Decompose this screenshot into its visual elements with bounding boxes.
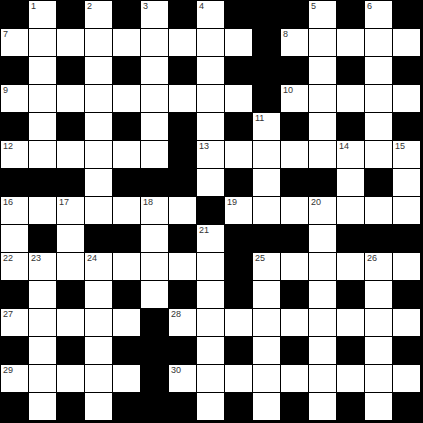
white-cell[interactable] (29, 29, 57, 57)
white-cell[interactable]: 12 (1, 141, 29, 169)
white-cell[interactable]: 4 (197, 1, 225, 29)
white-cell[interactable] (197, 281, 225, 309)
white-cell[interactable] (393, 85, 421, 113)
white-cell[interactable] (85, 365, 113, 393)
white-cell[interactable] (253, 365, 281, 393)
white-cell[interactable]: 19 (225, 197, 253, 225)
white-cell[interactable] (225, 29, 253, 57)
white-cell[interactable] (113, 253, 141, 281)
black-cell (393, 225, 421, 253)
white-cell[interactable] (281, 141, 309, 169)
white-cell[interactable] (141, 141, 169, 169)
clue-number-21: 21 (199, 225, 209, 236)
black-cell (57, 1, 85, 29)
black-cell (225, 281, 253, 309)
white-cell[interactable]: 3 (141, 1, 169, 29)
black-cell (113, 169, 141, 197)
black-cell (281, 57, 309, 85)
black-cell (1, 113, 29, 141)
white-cell[interactable] (29, 309, 57, 337)
white-cell[interactable] (29, 393, 57, 421)
white-cell[interactable] (253, 309, 281, 337)
white-cell[interactable]: 26 (365, 253, 393, 281)
white-cell[interactable] (253, 141, 281, 169)
white-cell[interactable] (253, 281, 281, 309)
black-cell (169, 393, 197, 421)
black-cell (253, 1, 281, 29)
white-cell[interactable] (85, 141, 113, 169)
clue-number-24: 24 (87, 253, 97, 264)
black-cell (1, 57, 29, 85)
black-cell (113, 57, 141, 85)
clue-number-23: 23 (31, 253, 41, 264)
white-cell[interactable]: 24 (85, 253, 113, 281)
white-cell[interactable] (57, 365, 85, 393)
black-cell (169, 1, 197, 29)
clue-number-27: 27 (3, 309, 13, 320)
black-cell (1, 393, 29, 421)
white-cell[interactable]: 1 (29, 1, 57, 29)
black-cell (281, 1, 309, 29)
black-cell (113, 393, 141, 421)
white-cell[interactable] (365, 365, 393, 393)
clue-number-7: 7 (3, 29, 8, 40)
clue-number-25: 25 (255, 253, 265, 264)
white-cell[interactable]: 22 (1, 253, 29, 281)
black-cell (253, 85, 281, 113)
black-cell (57, 113, 85, 141)
white-cell[interactable]: 14 (337, 141, 365, 169)
white-cell[interactable] (29, 365, 57, 393)
white-cell[interactable]: 9 (1, 85, 29, 113)
white-cell[interactable] (365, 85, 393, 113)
black-cell (113, 1, 141, 29)
clue-number-3: 3 (143, 1, 148, 12)
white-cell[interactable]: 15 (393, 141, 421, 169)
black-cell (281, 225, 309, 253)
black-cell (281, 113, 309, 141)
white-cell[interactable] (253, 169, 281, 197)
white-cell[interactable] (309, 393, 337, 421)
clue-number-15: 15 (395, 141, 405, 152)
black-cell (225, 225, 253, 253)
black-cell (169, 337, 197, 365)
white-cell[interactable] (57, 85, 85, 113)
clue-number-14: 14 (339, 141, 349, 152)
black-cell (169, 113, 197, 141)
white-cell[interactable]: 30 (169, 365, 197, 393)
white-cell[interactable] (365, 57, 393, 85)
clue-number-19: 19 (227, 197, 237, 208)
white-cell[interactable] (85, 113, 113, 141)
white-cell[interactable] (365, 141, 393, 169)
white-cell[interactable]: 5 (309, 1, 337, 29)
black-cell (393, 113, 421, 141)
black-cell (225, 57, 253, 85)
white-cell[interactable] (337, 253, 365, 281)
black-cell (281, 281, 309, 309)
white-cell[interactable] (337, 309, 365, 337)
black-cell (169, 141, 197, 169)
white-cell[interactable]: 6 (365, 1, 393, 29)
black-cell (309, 169, 337, 197)
black-cell (113, 113, 141, 141)
black-cell (141, 337, 169, 365)
clue-number-22: 22 (3, 253, 13, 264)
white-cell[interactable] (141, 57, 169, 85)
white-cell[interactable] (393, 365, 421, 393)
white-cell[interactable] (85, 169, 113, 197)
white-cell[interactable] (281, 253, 309, 281)
black-cell (141, 169, 169, 197)
white-cell[interactable] (29, 141, 57, 169)
clue-number-11: 11 (255, 113, 264, 124)
black-cell (169, 281, 197, 309)
clue-number-9: 9 (3, 85, 8, 96)
clue-number-5: 5 (311, 1, 316, 12)
white-cell[interactable] (29, 197, 57, 225)
white-cell[interactable] (29, 337, 57, 365)
black-cell (57, 169, 85, 197)
white-cell[interactable] (169, 29, 197, 57)
white-cell[interactable] (57, 141, 85, 169)
white-cell[interactable] (225, 365, 253, 393)
white-cell[interactable] (197, 309, 225, 337)
white-cell[interactable] (85, 197, 113, 225)
white-cell[interactable]: 11 (253, 113, 281, 141)
white-cell[interactable] (365, 393, 393, 421)
white-cell[interactable] (141, 85, 169, 113)
white-cell[interactable] (85, 393, 113, 421)
crossword-board: 1234567891011121314151617181920212223242… (0, 0, 423, 423)
white-cell[interactable] (309, 253, 337, 281)
clue-number-1: 1 (31, 1, 36, 12)
black-cell (113, 225, 141, 253)
white-cell[interactable] (309, 85, 337, 113)
white-cell[interactable] (197, 253, 225, 281)
black-cell (29, 169, 57, 197)
white-cell[interactable] (29, 57, 57, 85)
white-cell[interactable] (365, 309, 393, 337)
white-cell[interactable] (393, 169, 421, 197)
white-cell[interactable] (393, 253, 421, 281)
white-cell[interactable] (337, 365, 365, 393)
white-cell[interactable] (309, 57, 337, 85)
white-cell[interactable]: 20 (309, 197, 337, 225)
black-cell (225, 113, 253, 141)
clue-number-28: 28 (171, 309, 181, 320)
white-cell[interactable]: 8 (281, 29, 309, 57)
white-cell[interactable] (85, 85, 113, 113)
black-cell (113, 337, 141, 365)
black-cell (225, 169, 253, 197)
black-cell (225, 337, 253, 365)
white-cell[interactable] (113, 85, 141, 113)
white-cell[interactable] (113, 29, 141, 57)
white-cell[interactable] (337, 197, 365, 225)
white-cell[interactable] (141, 281, 169, 309)
black-cell (225, 1, 253, 29)
white-cell[interactable] (309, 141, 337, 169)
clue-number-26: 26 (367, 253, 377, 264)
white-cell[interactable] (365, 197, 393, 225)
white-cell[interactable]: 16 (1, 197, 29, 225)
clue-number-16: 16 (3, 197, 13, 208)
white-cell[interactable] (113, 309, 141, 337)
clue-number-2: 2 (87, 1, 92, 12)
clue-number-30: 30 (171, 365, 181, 376)
clue-number-6: 6 (367, 1, 372, 12)
crossword-grid: 1234567891011121314151617181920212223242… (1, 1, 421, 421)
clue-number-13: 13 (199, 141, 209, 152)
white-cell[interactable] (253, 197, 281, 225)
white-cell[interactable] (253, 393, 281, 421)
white-cell[interactable] (337, 29, 365, 57)
black-cell (253, 225, 281, 253)
black-cell (57, 281, 85, 309)
white-cell[interactable] (281, 197, 309, 225)
black-cell (281, 393, 309, 421)
white-cell[interactable]: 2 (85, 1, 113, 29)
white-cell[interactable] (85, 337, 113, 365)
white-cell[interactable] (309, 337, 337, 365)
black-cell (169, 225, 197, 253)
black-cell (29, 225, 57, 253)
white-cell[interactable]: 23 (29, 253, 57, 281)
white-cell[interactable] (57, 309, 85, 337)
white-cell[interactable] (113, 141, 141, 169)
black-cell (393, 337, 421, 365)
white-cell[interactable] (253, 337, 281, 365)
clue-number-10: 10 (283, 85, 293, 96)
black-cell (57, 393, 85, 421)
white-cell[interactable] (393, 29, 421, 57)
white-cell[interactable] (169, 85, 197, 113)
white-cell[interactable] (141, 29, 169, 57)
white-cell[interactable] (29, 113, 57, 141)
white-cell[interactable]: 7 (1, 29, 29, 57)
black-cell (141, 309, 169, 337)
white-cell[interactable] (85, 281, 113, 309)
clue-number-29: 29 (3, 365, 13, 376)
white-cell[interactable] (309, 365, 337, 393)
white-cell[interactable] (225, 141, 253, 169)
white-cell[interactable] (197, 337, 225, 365)
clue-number-8: 8 (283, 29, 288, 40)
white-cell[interactable] (57, 29, 85, 57)
white-cell[interactable] (281, 309, 309, 337)
white-cell[interactable]: 28 (169, 309, 197, 337)
clue-number-17: 17 (59, 197, 69, 208)
white-cell[interactable]: 17 (57, 197, 85, 225)
black-cell (393, 1, 421, 29)
black-cell (57, 337, 85, 365)
black-cell (337, 113, 365, 141)
white-cell[interactable]: 10 (281, 85, 309, 113)
white-cell[interactable] (393, 309, 421, 337)
clue-number-18: 18 (143, 197, 153, 208)
white-cell[interactable] (113, 197, 141, 225)
black-cell (57, 57, 85, 85)
white-cell[interactable] (197, 85, 225, 113)
black-cell (169, 57, 197, 85)
white-cell[interactable] (197, 393, 225, 421)
white-cell[interactable] (365, 281, 393, 309)
white-cell[interactable] (309, 225, 337, 253)
black-cell (1, 281, 29, 309)
black-cell (1, 1, 29, 29)
white-cell[interactable] (225, 85, 253, 113)
white-cell[interactable] (309, 281, 337, 309)
white-cell[interactable] (309, 309, 337, 337)
white-cell[interactable] (197, 365, 225, 393)
white-cell[interactable] (169, 197, 197, 225)
white-cell[interactable] (337, 169, 365, 197)
black-cell (1, 337, 29, 365)
black-cell (197, 197, 225, 225)
white-cell[interactable] (57, 225, 85, 253)
clue-number-12: 12 (3, 141, 13, 152)
black-cell (141, 393, 169, 421)
black-cell (281, 337, 309, 365)
black-cell (393, 281, 421, 309)
black-cell (337, 281, 365, 309)
white-cell[interactable]: 25 (253, 253, 281, 281)
white-cell[interactable] (57, 253, 85, 281)
white-cell[interactable] (85, 29, 113, 57)
white-cell[interactable] (309, 113, 337, 141)
clue-number-4: 4 (199, 1, 204, 12)
white-cell[interactable] (365, 337, 393, 365)
white-cell[interactable] (169, 253, 197, 281)
white-cell[interactable] (281, 365, 309, 393)
white-cell[interactable] (393, 197, 421, 225)
black-cell (281, 169, 309, 197)
black-cell (85, 225, 113, 253)
white-cell[interactable] (85, 57, 113, 85)
black-cell (393, 57, 421, 85)
white-cell[interactable] (29, 281, 57, 309)
black-cell (337, 337, 365, 365)
black-cell (141, 365, 169, 393)
white-cell[interactable] (141, 225, 169, 253)
white-cell[interactable] (85, 309, 113, 337)
black-cell (253, 57, 281, 85)
white-cell[interactable] (29, 85, 57, 113)
white-cell[interactable] (197, 113, 225, 141)
white-cell[interactable] (197, 57, 225, 85)
white-cell[interactable] (309, 29, 337, 57)
white-cell[interactable] (337, 85, 365, 113)
white-cell[interactable] (365, 113, 393, 141)
white-cell[interactable] (197, 29, 225, 57)
black-cell (337, 225, 365, 253)
clue-number-20: 20 (311, 197, 321, 208)
white-cell[interactable] (197, 169, 225, 197)
black-cell (113, 281, 141, 309)
black-cell (337, 393, 365, 421)
white-cell[interactable] (1, 225, 29, 253)
black-cell (225, 253, 253, 281)
white-cell[interactable] (113, 365, 141, 393)
black-cell (253, 29, 281, 57)
black-cell (225, 393, 253, 421)
white-cell[interactable] (141, 253, 169, 281)
black-cell (337, 1, 365, 29)
black-cell (365, 225, 393, 253)
white-cell[interactable] (141, 113, 169, 141)
white-cell[interactable]: 21 (197, 225, 225, 253)
black-cell (1, 169, 29, 197)
black-cell (393, 393, 421, 421)
black-cell (365, 169, 393, 197)
white-cell[interactable] (225, 309, 253, 337)
black-cell (337, 57, 365, 85)
white-cell[interactable]: 29 (1, 365, 29, 393)
black-cell (169, 169, 197, 197)
white-cell[interactable] (365, 29, 393, 57)
white-cell[interactable]: 18 (141, 197, 169, 225)
white-cell[interactable]: 13 (197, 141, 225, 169)
white-cell[interactable]: 27 (1, 309, 29, 337)
